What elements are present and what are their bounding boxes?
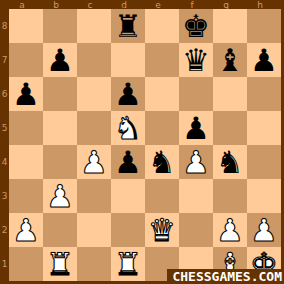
square-h3[interactable]	[247, 179, 281, 213]
square-a7[interactable]	[9, 43, 43, 77]
square-e3[interactable]	[145, 179, 179, 213]
square-h7[interactable]: ♟	[247, 43, 281, 77]
square-a6[interactable]: ♟	[9, 77, 43, 111]
square-h5[interactable]	[247, 111, 281, 145]
square-b7[interactable]: ♟	[43, 43, 77, 77]
piece-white-pawn: ♟	[213, 213, 247, 247]
square-g4[interactable]: ♞	[213, 145, 247, 179]
square-f4[interactable]: ♟	[179, 145, 213, 179]
square-a2[interactable]: ♟	[9, 213, 43, 247]
square-c5[interactable]	[77, 111, 111, 145]
rank-label-1: 1	[0, 247, 9, 281]
rank-label-6: 6	[0, 77, 9, 111]
piece-black-pawn: ♟	[111, 145, 145, 179]
piece-white-pawn: ♟	[9, 213, 43, 247]
square-c2[interactable]	[77, 213, 111, 247]
square-d5[interactable]: ♞	[111, 111, 145, 145]
square-g7[interactable]: ♝	[213, 43, 247, 77]
square-d2[interactable]	[111, 213, 145, 247]
square-c7[interactable]	[77, 43, 111, 77]
square-a5[interactable]	[9, 111, 43, 145]
square-e6[interactable]	[145, 77, 179, 111]
square-g6[interactable]	[213, 77, 247, 111]
square-f7[interactable]: ♛	[179, 43, 213, 77]
square-b1[interactable]: ♜	[43, 247, 77, 281]
square-h4[interactable]	[247, 145, 281, 179]
square-d3[interactable]	[111, 179, 145, 213]
square-a8[interactable]	[9, 9, 43, 43]
rank-label-4: 4	[0, 145, 9, 179]
square-e2[interactable]: ♛	[145, 213, 179, 247]
rank-label-2: 2	[0, 213, 9, 247]
square-e5[interactable]	[145, 111, 179, 145]
square-h8[interactable]	[247, 9, 281, 43]
square-b6[interactable]	[43, 77, 77, 111]
square-d1[interactable]: ♜	[111, 247, 145, 281]
piece-black-pawn: ♟	[179, 111, 213, 145]
rank-label-7: 7	[0, 43, 9, 77]
square-d4[interactable]: ♟	[111, 145, 145, 179]
rank-label-5: 5	[0, 111, 9, 145]
square-f8[interactable]: ♚	[179, 9, 213, 43]
piece-black-pawn: ♟	[111, 77, 145, 111]
square-c4[interactable]: ♟	[77, 145, 111, 179]
piece-black-pawn: ♟	[43, 43, 77, 77]
square-g8[interactable]	[213, 9, 247, 43]
watermark: CHESSGAMES.COM	[167, 269, 284, 284]
square-f6[interactable]	[179, 77, 213, 111]
square-h2[interactable]: ♟	[247, 213, 281, 247]
square-b4[interactable]	[43, 145, 77, 179]
rank-label-8: 8	[0, 9, 9, 43]
chess-board: ♜♚♟♛♝♟♟♟♞♟♟♟♞♟♞♟♟♛♟♟♜♜♝♚	[9, 9, 281, 281]
square-d8[interactable]: ♜	[111, 9, 145, 43]
square-a1[interactable]	[9, 247, 43, 281]
square-f3[interactable]	[179, 179, 213, 213]
square-b2[interactable]	[43, 213, 77, 247]
square-b3[interactable]: ♟	[43, 179, 77, 213]
chess-diagram: abcdefgh 87654321 ♜♚♟♛♝♟♟♟♞♟♟♟♞♟♞♟♟♛♟♟♜♜…	[0, 0, 284, 284]
square-c3[interactable]	[77, 179, 111, 213]
square-e8[interactable]	[145, 9, 179, 43]
square-d7[interactable]	[111, 43, 145, 77]
square-c6[interactable]	[77, 77, 111, 111]
square-g3[interactable]	[213, 179, 247, 213]
piece-white-queen: ♛	[145, 213, 179, 247]
piece-black-knight: ♞	[145, 145, 179, 179]
piece-black-bishop: ♝	[213, 43, 247, 77]
piece-black-knight: ♞	[213, 145, 247, 179]
square-a3[interactable]	[9, 179, 43, 213]
square-b8[interactable]	[43, 9, 77, 43]
square-c1[interactable]	[77, 247, 111, 281]
square-b5[interactable]	[43, 111, 77, 145]
square-c8[interactable]	[77, 9, 111, 43]
square-e4[interactable]: ♞	[145, 145, 179, 179]
square-f2[interactable]	[179, 213, 213, 247]
square-f5[interactable]: ♟	[179, 111, 213, 145]
square-a4[interactable]	[9, 145, 43, 179]
square-g2[interactable]: ♟	[213, 213, 247, 247]
piece-black-pawn: ♟	[9, 77, 43, 111]
piece-white-pawn: ♟	[247, 213, 281, 247]
square-g5[interactable]	[213, 111, 247, 145]
piece-black-rook: ♜	[111, 9, 145, 43]
rank-labels: 87654321	[0, 9, 9, 281]
square-d6[interactable]: ♟	[111, 77, 145, 111]
piece-white-pawn: ♟	[179, 145, 213, 179]
square-h6[interactable]	[247, 77, 281, 111]
piece-black-king: ♚	[179, 9, 213, 43]
square-e7[interactable]	[145, 43, 179, 77]
piece-white-pawn: ♟	[43, 179, 77, 213]
piece-white-rook: ♜	[111, 247, 145, 281]
piece-white-pawn: ♟	[77, 145, 111, 179]
piece-black-pawn: ♟	[247, 43, 281, 77]
piece-black-queen: ♛	[179, 43, 213, 77]
rank-label-3: 3	[0, 179, 9, 213]
piece-white-knight: ♞	[111, 111, 145, 145]
piece-white-rook: ♜	[43, 247, 77, 281]
